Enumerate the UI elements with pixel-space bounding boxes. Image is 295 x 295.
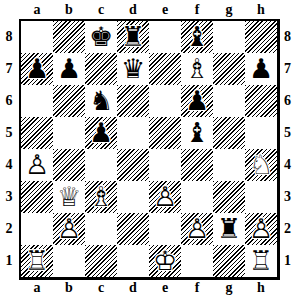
square-a4[interactable]: ♟♙ bbox=[21, 149, 53, 181]
white-piece-outline-layer: ♔ bbox=[149, 245, 181, 277]
square-f8[interactable]: ♝ bbox=[181, 21, 213, 53]
square-e5[interactable] bbox=[149, 117, 181, 149]
file-label-top-b: b bbox=[53, 1, 85, 18]
square-h5[interactable] bbox=[245, 117, 277, 149]
white-piece-outline-layer: ♖ bbox=[21, 245, 53, 277]
rank-label-right-2: 2 bbox=[280, 213, 295, 245]
rank-label-left-3: 3 bbox=[0, 181, 18, 213]
white-piece-outline-layer: ♙ bbox=[53, 213, 85, 245]
square-h2[interactable]: ♟♙ bbox=[245, 213, 277, 245]
rank-label-left-2: 2 bbox=[0, 213, 18, 245]
file-label-bottom-e: e bbox=[149, 279, 181, 295]
black-pawn-piece[interactable]: ♟ bbox=[21, 53, 53, 85]
square-e3[interactable]: ♟♙ bbox=[149, 181, 181, 213]
white-knight-piece[interactable]: ♞♘ bbox=[245, 149, 277, 181]
square-f5[interactable]: ♝ bbox=[181, 117, 213, 149]
file-label-top-e: e bbox=[149, 1, 181, 18]
black-piece-glyph-layer: ♝ bbox=[181, 21, 213, 53]
black-piece-glyph-layer: ♚ bbox=[85, 21, 117, 53]
white-rook-piece[interactable]: ♜♖ bbox=[21, 245, 53, 277]
file-label-bottom-a: a bbox=[21, 279, 53, 295]
file-label-top-c: c bbox=[85, 1, 117, 18]
white-pawn-piece[interactable]: ♟♙ bbox=[53, 213, 85, 245]
rank-labels-right: 87654321 bbox=[280, 21, 295, 277]
square-c1[interactable] bbox=[85, 245, 117, 277]
rank-label-right-1: 1 bbox=[280, 245, 295, 277]
square-e6[interactable] bbox=[149, 85, 181, 117]
black-bishop-piece[interactable]: ♝ bbox=[181, 21, 213, 53]
rank-labels-left: 87654321 bbox=[0, 21, 18, 277]
black-piece-glyph-layer: ♟ bbox=[181, 85, 213, 117]
rank-label-right-7: 7 bbox=[280, 53, 295, 85]
square-g7[interactable] bbox=[213, 53, 245, 85]
square-c8[interactable]: ♚ bbox=[85, 21, 117, 53]
square-c6[interactable]: ♞ bbox=[85, 85, 117, 117]
white-pawn-piece[interactable]: ♟♙ bbox=[21, 149, 53, 181]
rank-label-right-4: 4 bbox=[280, 149, 295, 181]
white-queen-piece[interactable]: ♛♕ bbox=[53, 181, 85, 213]
square-a7[interactable]: ♟ bbox=[21, 53, 53, 85]
square-d5[interactable] bbox=[117, 117, 149, 149]
square-a3[interactable] bbox=[21, 181, 53, 213]
square-b6[interactable] bbox=[53, 85, 85, 117]
rank-label-left-1: 1 bbox=[0, 245, 18, 277]
square-b8[interactable] bbox=[53, 21, 85, 53]
black-piece-glyph-layer: ♛ bbox=[117, 53, 149, 85]
square-f1[interactable] bbox=[181, 245, 213, 277]
black-piece-glyph-layer: ♟ bbox=[21, 53, 53, 85]
square-f7[interactable]: ♝♗ bbox=[181, 53, 213, 85]
square-h8[interactable] bbox=[245, 21, 277, 53]
square-g4[interactable] bbox=[213, 149, 245, 181]
black-pawn-piece[interactable]: ♟ bbox=[245, 53, 277, 85]
square-d3[interactable] bbox=[117, 181, 149, 213]
black-pawn-piece[interactable]: ♟ bbox=[85, 117, 117, 149]
square-b7[interactable]: ♟ bbox=[53, 53, 85, 85]
rank-label-left-4: 4 bbox=[0, 149, 18, 181]
square-f2[interactable]: ♟♙ bbox=[181, 213, 213, 245]
black-piece-glyph-layer: ♟ bbox=[85, 117, 117, 149]
rank-label-left-8: 8 bbox=[0, 21, 18, 53]
white-piece-outline-layer: ♖ bbox=[245, 245, 277, 277]
black-piece-glyph-layer: ♜ bbox=[213, 213, 245, 245]
black-bishop-piece[interactable]: ♝ bbox=[181, 117, 213, 149]
square-d4[interactable] bbox=[117, 149, 149, 181]
square-c7[interactable] bbox=[85, 53, 117, 85]
square-e7[interactable] bbox=[149, 53, 181, 85]
rank-label-left-6: 6 bbox=[0, 85, 18, 117]
chess-board: ♚♜♝♟♟♛♝♗♟♞♟♟♝♟♙♞♘♛♕♝♗♟♙♟♙♟♙♜♟♙♜♖♚♔♜♖ bbox=[19, 19, 280, 280]
black-piece-glyph-layer: ♟ bbox=[245, 53, 277, 85]
rank-label-left-5: 5 bbox=[0, 117, 18, 149]
file-label-top-d: d bbox=[117, 1, 149, 18]
square-d6[interactable] bbox=[117, 85, 149, 117]
white-piece-outline-layer: ♘ bbox=[245, 149, 277, 181]
square-f3[interactable] bbox=[181, 181, 213, 213]
rank-label-left-7: 7 bbox=[0, 53, 18, 85]
square-c5[interactable]: ♟ bbox=[85, 117, 117, 149]
white-piece-outline-layer: ♗ bbox=[181, 53, 213, 85]
file-label-bottom-f: f bbox=[181, 279, 213, 295]
square-g1[interactable] bbox=[213, 245, 245, 277]
square-g8[interactable] bbox=[213, 21, 245, 53]
square-b4[interactable] bbox=[53, 149, 85, 181]
square-f6[interactable]: ♟ bbox=[181, 85, 213, 117]
square-b5[interactable] bbox=[53, 117, 85, 149]
square-d7[interactable]: ♛ bbox=[117, 53, 149, 85]
square-e8[interactable] bbox=[149, 21, 181, 53]
black-piece-glyph-layer: ♟ bbox=[53, 53, 85, 85]
white-pawn-piece[interactable]: ♟♙ bbox=[149, 181, 181, 213]
white-rook-piece[interactable]: ♜♖ bbox=[245, 245, 277, 277]
square-g5[interactable] bbox=[213, 117, 245, 149]
rank-label-right-5: 5 bbox=[280, 117, 295, 149]
square-b3[interactable]: ♛♕ bbox=[53, 181, 85, 213]
white-piece-outline-layer: ♗ bbox=[85, 181, 117, 213]
square-d2[interactable] bbox=[117, 213, 149, 245]
chess-diagram: abcdefgh 87654321 ♚♜♝♟♟♛♝♗♟♞♟♟♝♟♙♞♘♛♕♝♗♟… bbox=[0, 0, 295, 295]
square-a2[interactable] bbox=[21, 213, 53, 245]
black-queen-piece[interactable]: ♛ bbox=[117, 53, 149, 85]
file-label-bottom-d: d bbox=[117, 279, 149, 295]
black-rook-piece[interactable]: ♜ bbox=[213, 213, 245, 245]
black-piece-glyph-layer: ♞ bbox=[85, 85, 117, 117]
black-rook-piece[interactable]: ♜ bbox=[117, 21, 149, 53]
square-c3[interactable]: ♝♗ bbox=[85, 181, 117, 213]
rank-label-right-3: 3 bbox=[280, 181, 295, 213]
square-e4[interactable] bbox=[149, 149, 181, 181]
square-a8[interactable] bbox=[21, 21, 53, 53]
file-label-bottom-b: b bbox=[53, 279, 85, 295]
black-pawn-piece[interactable]: ♟ bbox=[53, 53, 85, 85]
file-label-bottom-c: c bbox=[85, 279, 117, 295]
square-c2[interactable] bbox=[85, 213, 117, 245]
square-b2[interactable]: ♟♙ bbox=[53, 213, 85, 245]
file-label-top-a: a bbox=[21, 1, 53, 18]
square-a1[interactable]: ♜♖ bbox=[21, 245, 53, 277]
square-a5[interactable] bbox=[21, 117, 53, 149]
rank-label-right-8: 8 bbox=[280, 21, 295, 53]
file-label-top-f: f bbox=[181, 1, 213, 18]
white-piece-outline-layer: ♙ bbox=[21, 149, 53, 181]
white-piece-outline-layer: ♙ bbox=[181, 213, 213, 245]
white-piece-outline-layer: ♕ bbox=[53, 181, 85, 213]
white-bishop-piece[interactable]: ♝♗ bbox=[85, 181, 117, 213]
file-label-bottom-h: h bbox=[245, 279, 277, 295]
rank-label-right-6: 6 bbox=[280, 85, 295, 117]
square-b1[interactable] bbox=[53, 245, 85, 277]
black-piece-glyph-layer: ♜ bbox=[117, 21, 149, 53]
black-knight-piece[interactable]: ♞ bbox=[85, 85, 117, 117]
square-g3[interactable] bbox=[213, 181, 245, 213]
square-h1[interactable]: ♜♖ bbox=[245, 245, 277, 277]
square-d1[interactable] bbox=[117, 245, 149, 277]
file-label-top-h: h bbox=[245, 1, 277, 18]
square-e2[interactable] bbox=[149, 213, 181, 245]
file-label-top-g: g bbox=[213, 1, 245, 18]
square-a6[interactable] bbox=[21, 85, 53, 117]
square-h3[interactable] bbox=[245, 181, 277, 213]
white-bishop-piece[interactable]: ♝♗ bbox=[181, 53, 213, 85]
black-pawn-piece[interactable]: ♟ bbox=[181, 85, 213, 117]
black-king-piece[interactable]: ♚ bbox=[85, 21, 117, 53]
square-h6[interactable] bbox=[245, 85, 277, 117]
file-label-bottom-g: g bbox=[213, 279, 245, 295]
square-d8[interactable]: ♜ bbox=[117, 21, 149, 53]
square-c4[interactable] bbox=[85, 149, 117, 181]
square-h7[interactable]: ♟ bbox=[245, 53, 277, 85]
white-pawn-piece[interactable]: ♟♙ bbox=[245, 213, 277, 245]
black-piece-glyph-layer: ♝ bbox=[181, 117, 213, 149]
white-king-piece[interactable]: ♚♔ bbox=[149, 245, 181, 277]
white-piece-outline-layer: ♙ bbox=[149, 181, 181, 213]
square-g6[interactable] bbox=[213, 85, 245, 117]
square-f4[interactable] bbox=[181, 149, 213, 181]
white-piece-outline-layer: ♙ bbox=[245, 213, 277, 245]
white-pawn-piece[interactable]: ♟♙ bbox=[181, 213, 213, 245]
square-e1[interactable]: ♚♔ bbox=[149, 245, 181, 277]
file-labels-bottom: abcdefgh bbox=[21, 279, 277, 295]
square-g2[interactable]: ♜ bbox=[213, 213, 245, 245]
file-labels-top: abcdefgh bbox=[21, 1, 277, 18]
square-h4[interactable]: ♞♘ bbox=[245, 149, 277, 181]
